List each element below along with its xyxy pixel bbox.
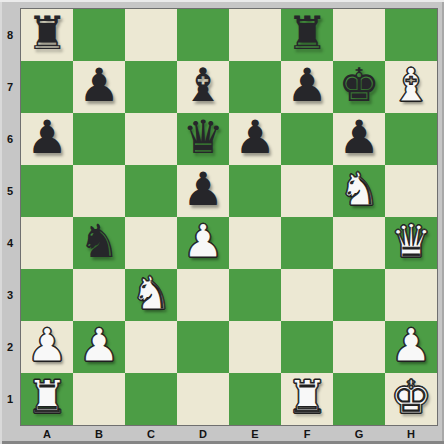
rank-label-3: 3 <box>0 269 20 321</box>
file-label-b: B <box>73 425 125 443</box>
square-g5[interactable]: ♞ <box>333 165 385 217</box>
square-b1[interactable] <box>73 373 125 425</box>
square-b7[interactable]: ♟ <box>73 61 125 113</box>
white-bishop-h7[interactable]: ♝ <box>390 59 431 111</box>
square-g6[interactable]: ♟ <box>333 113 385 165</box>
square-h4[interactable]: ♛ <box>385 217 437 269</box>
square-f8[interactable]: ♜ <box>281 9 333 61</box>
white-pawn-a2[interactable]: ♟ <box>26 319 67 371</box>
square-e1[interactable] <box>229 373 281 425</box>
square-g3[interactable] <box>333 269 385 321</box>
square-h1[interactable]: ♚ <box>385 373 437 425</box>
rank-label-8: 8 <box>0 9 20 61</box>
square-d4[interactable]: ♟ <box>177 217 229 269</box>
square-f3[interactable] <box>281 269 333 321</box>
black-pawn-g6[interactable]: ♟ <box>338 111 379 163</box>
square-b8[interactable] <box>73 9 125 61</box>
black-queen-d6[interactable]: ♛ <box>182 111 223 163</box>
square-f5[interactable] <box>281 165 333 217</box>
square-h8[interactable] <box>385 9 437 61</box>
square-b5[interactable] <box>73 165 125 217</box>
file-label-e: E <box>229 425 281 443</box>
file-label-f: F <box>281 425 333 443</box>
file-label-g: G <box>333 425 385 443</box>
black-pawn-f7[interactable]: ♟ <box>286 59 327 111</box>
square-f4[interactable] <box>281 217 333 269</box>
square-d1[interactable] <box>177 373 229 425</box>
rank-label-6: 6 <box>0 113 20 165</box>
square-b4[interactable]: ♞ <box>73 217 125 269</box>
black-pawn-a6[interactable]: ♟ <box>26 111 67 163</box>
rank-label-2: 2 <box>0 321 20 373</box>
rank-label-7: 7 <box>0 61 20 113</box>
white-king-h1[interactable]: ♚ <box>390 371 431 423</box>
black-pawn-d5[interactable]: ♟ <box>182 163 223 215</box>
square-a2[interactable]: ♟ <box>21 321 73 373</box>
black-bishop-d7[interactable]: ♝ <box>182 59 223 111</box>
square-c5[interactable] <box>125 165 177 217</box>
file-labels: ABCDEFGH <box>21 425 437 443</box>
black-pawn-e6[interactable]: ♟ <box>234 111 275 163</box>
white-queen-h4[interactable]: ♛ <box>390 215 431 267</box>
square-c6[interactable] <box>125 113 177 165</box>
white-knight-g5[interactable]: ♞ <box>338 163 379 215</box>
square-c4[interactable] <box>125 217 177 269</box>
black-knight-b4[interactable]: ♞ <box>78 215 119 267</box>
black-rook-f8[interactable]: ♜ <box>286 7 327 59</box>
white-pawn-d4[interactable]: ♟ <box>182 215 223 267</box>
square-c1[interactable] <box>125 373 177 425</box>
square-g7[interactable]: ♚ <box>333 61 385 113</box>
white-rook-a1[interactable]: ♜ <box>26 371 67 423</box>
square-d3[interactable] <box>177 269 229 321</box>
square-b3[interactable] <box>73 269 125 321</box>
square-g8[interactable] <box>333 9 385 61</box>
square-e4[interactable] <box>229 217 281 269</box>
black-rook-a8[interactable]: ♜ <box>26 7 67 59</box>
white-pawn-b2[interactable]: ♟ <box>78 319 119 371</box>
square-h5[interactable] <box>385 165 437 217</box>
rank-labels: 87654321 <box>0 9 20 425</box>
square-e2[interactable] <box>229 321 281 373</box>
square-g2[interactable] <box>333 321 385 373</box>
square-e3[interactable] <box>229 269 281 321</box>
rank-label-5: 5 <box>0 165 20 217</box>
square-a7[interactable] <box>21 61 73 113</box>
square-h2[interactable]: ♟ <box>385 321 437 373</box>
square-a4[interactable] <box>21 217 73 269</box>
square-c3[interactable]: ♞ <box>125 269 177 321</box>
file-label-c: C <box>125 425 177 443</box>
square-f6[interactable] <box>281 113 333 165</box>
white-pawn-h2[interactable]: ♟ <box>390 319 431 371</box>
square-g4[interactable] <box>333 217 385 269</box>
square-a5[interactable] <box>21 165 73 217</box>
square-f2[interactable] <box>281 321 333 373</box>
square-a8[interactable]: ♜ <box>21 9 73 61</box>
square-d2[interactable] <box>177 321 229 373</box>
square-d8[interactable] <box>177 9 229 61</box>
file-label-h: H <box>385 425 437 443</box>
chess-board-frame: 87654321 ♜♜♟♝♟♚♝♟♛♟♟♟♞♞♟♛♞♟♟♟♜♜♚ ABCDEFG… <box>0 0 444 444</box>
square-a1[interactable]: ♜ <box>21 373 73 425</box>
square-d6[interactable]: ♛ <box>177 113 229 165</box>
square-e6[interactable]: ♟ <box>229 113 281 165</box>
square-g1[interactable] <box>333 373 385 425</box>
square-c7[interactable] <box>125 61 177 113</box>
square-c8[interactable] <box>125 9 177 61</box>
square-e5[interactable] <box>229 165 281 217</box>
rank-label-4: 4 <box>0 217 20 269</box>
black-king-g7[interactable]: ♚ <box>338 59 379 111</box>
square-d7[interactable]: ♝ <box>177 61 229 113</box>
square-d5[interactable]: ♟ <box>177 165 229 217</box>
square-h3[interactable] <box>385 269 437 321</box>
square-f1[interactable]: ♜ <box>281 373 333 425</box>
square-a6[interactable]: ♟ <box>21 113 73 165</box>
square-h7[interactable]: ♝ <box>385 61 437 113</box>
square-e7[interactable] <box>229 61 281 113</box>
file-label-d: D <box>177 425 229 443</box>
white-knight-c3[interactable]: ♞ <box>130 267 171 319</box>
square-b2[interactable]: ♟ <box>73 321 125 373</box>
square-c2[interactable] <box>125 321 177 373</box>
rank-label-1: 1 <box>0 373 20 425</box>
square-a3[interactable] <box>21 269 73 321</box>
square-b6[interactable] <box>73 113 125 165</box>
square-h6[interactable] <box>385 113 437 165</box>
white-rook-f1[interactable]: ♜ <box>286 371 327 423</box>
file-label-a: A <box>21 425 73 443</box>
square-e8[interactable] <box>229 9 281 61</box>
black-pawn-b7[interactable]: ♟ <box>78 59 119 111</box>
chess-board[interactable]: ♜♜♟♝♟♚♝♟♛♟♟♟♞♞♟♛♞♟♟♟♜♜♚ <box>20 8 438 426</box>
square-f7[interactable]: ♟ <box>281 61 333 113</box>
